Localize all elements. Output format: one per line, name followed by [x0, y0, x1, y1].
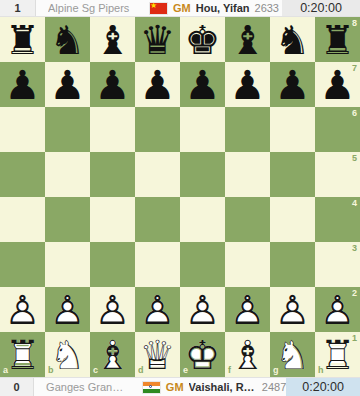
- piece-wp[interactable]: ♟♙: [225, 287, 270, 332]
- square-g2[interactable]: ♟♙: [270, 287, 315, 332]
- square-g5[interactable]: [270, 152, 315, 197]
- square-f6[interactable]: [225, 107, 270, 152]
- square-a6[interactable]: [0, 107, 45, 152]
- square-h6[interactable]: 6: [315, 107, 360, 152]
- piece-bp[interactable]: ♟: [45, 62, 90, 107]
- square-g7[interactable]: ♟: [270, 62, 315, 107]
- rank-label-5: 5: [352, 154, 357, 163]
- piece-bp[interactable]: ♟: [225, 62, 270, 107]
- square-g1[interactable]: ♞♘g: [270, 332, 315, 377]
- square-f2[interactable]: ♟♙: [225, 287, 270, 332]
- chess-game-view: 1 Alpine Sg Pipers ★ GM Hou, Yifan 2633 …: [0, 0, 360, 396]
- piece-wp[interactable]: ♟♙: [180, 287, 225, 332]
- square-c6[interactable]: [90, 107, 135, 152]
- square-h1[interactable]: ♜♖1h: [315, 332, 360, 377]
- square-b7[interactable]: ♟: [45, 62, 90, 107]
- square-f3[interactable]: [225, 242, 270, 287]
- bottom-player-bar: 0 Ganges Gran… GM Vaishali, Ra… 2487 0:2…: [0, 377, 360, 396]
- piece-bn[interactable]: ♞: [45, 17, 90, 62]
- file-label-e: e: [183, 366, 188, 375]
- square-c3[interactable]: [90, 242, 135, 287]
- file-label-h: h: [318, 366, 324, 375]
- square-f8[interactable]: ♝: [225, 17, 270, 62]
- file-label-g: g: [273, 366, 279, 375]
- square-g8[interactable]: ♞: [270, 17, 315, 62]
- bottom-player-clock: 0:20:00: [286, 378, 360, 396]
- file-label-f: f: [228, 366, 231, 375]
- square-g4[interactable]: [270, 197, 315, 242]
- top-player-name: Hou, Yifan: [196, 2, 250, 14]
- piece-bp[interactable]: ♟: [135, 62, 180, 107]
- square-b4[interactable]: [45, 197, 90, 242]
- square-a3[interactable]: [0, 242, 45, 287]
- square-h8[interactable]: ♜8: [315, 17, 360, 62]
- top-gm-title-badge: GM: [173, 2, 191, 14]
- rank-label-7: 7: [352, 64, 357, 73]
- top-player-rating: 2633: [255, 2, 279, 14]
- file-label-b: b: [48, 366, 54, 375]
- square-h7[interactable]: ♟7: [315, 62, 360, 107]
- square-h3[interactable]: 3: [315, 242, 360, 287]
- square-b1[interactable]: ♞♘b: [45, 332, 90, 377]
- square-a2[interactable]: ♟♙: [0, 287, 45, 332]
- piece-wp[interactable]: ♟♙: [90, 287, 135, 332]
- square-e2[interactable]: ♟♙: [180, 287, 225, 332]
- rank-label-1: 1: [352, 334, 357, 343]
- piece-wp[interactable]: ♟♙: [135, 287, 180, 332]
- piece-wb[interactable]: ♝♗: [225, 332, 270, 377]
- square-e5[interactable]: [180, 152, 225, 197]
- square-b2[interactable]: ♟♙: [45, 287, 90, 332]
- file-label-a: a: [3, 366, 8, 375]
- square-d5[interactable]: [135, 152, 180, 197]
- rank-label-6: 6: [352, 109, 357, 118]
- piece-bb[interactable]: ♝: [90, 17, 135, 62]
- square-f7[interactable]: ♟: [225, 62, 270, 107]
- square-c1[interactable]: ♝♗c: [90, 332, 135, 377]
- chess-board[interactable]: ♜♞♝♛♚♝♞♜8♟♟♟♟♟♟♟♟76543♟♙♟♙♟♙♟♙♟♙♟♙♟♙♟♙2♜…: [0, 17, 360, 377]
- bottom-team-name: Ganges Gran…: [46, 381, 137, 393]
- piece-bp[interactable]: ♟: [0, 62, 45, 107]
- bottom-gm-title-badge: GM: [166, 381, 184, 393]
- square-d1[interactable]: ♛♕d: [135, 332, 180, 377]
- rank-label-3: 3: [352, 244, 357, 253]
- rank-label-8: 8: [352, 19, 357, 28]
- rank-label-4: 4: [352, 199, 357, 208]
- top-team-name: Alpine Sg Pipers: [48, 2, 144, 14]
- top-player-clock: 0:20:00: [282, 0, 360, 16]
- square-e8[interactable]: ♚: [180, 17, 225, 62]
- piece-bb[interactable]: ♝: [225, 17, 270, 62]
- square-a7[interactable]: ♟: [0, 62, 45, 107]
- square-g6[interactable]: [270, 107, 315, 152]
- square-e1[interactable]: ♚♔e: [180, 332, 225, 377]
- rank-label-2: 2: [352, 289, 357, 298]
- square-f4[interactable]: [225, 197, 270, 242]
- piece-bp[interactable]: ♟: [180, 62, 225, 107]
- square-a8[interactable]: ♜: [0, 17, 45, 62]
- piece-br[interactable]: ♜: [0, 17, 45, 62]
- square-b6[interactable]: [45, 107, 90, 152]
- square-f1[interactable]: ♝♗f: [225, 332, 270, 377]
- piece-bp[interactable]: ♟: [90, 62, 135, 107]
- bottom-player-rating: 2487: [262, 381, 286, 393]
- square-a4[interactable]: [0, 197, 45, 242]
- square-d7[interactable]: ♟: [135, 62, 180, 107]
- square-d4[interactable]: [135, 197, 180, 242]
- square-b5[interactable]: [45, 152, 90, 197]
- piece-wp[interactable]: ♟♙: [270, 287, 315, 332]
- square-d6[interactable]: [135, 107, 180, 152]
- piece-wp[interactable]: ♟♙: [0, 287, 45, 332]
- square-d8[interactable]: ♛: [135, 17, 180, 62]
- square-h4[interactable]: 4: [315, 197, 360, 242]
- top-team-score: 1: [0, 0, 36, 16]
- square-d3[interactable]: [135, 242, 180, 287]
- square-b8[interactable]: ♞: [45, 17, 90, 62]
- square-g3[interactable]: [270, 242, 315, 287]
- piece-bn[interactable]: ♞: [270, 17, 315, 62]
- piece-wp[interactable]: ♟♙: [45, 287, 90, 332]
- top-player-bar: 1 Alpine Sg Pipers ★ GM Hou, Yifan 2633 …: [0, 0, 360, 17]
- square-e6[interactable]: [180, 107, 225, 152]
- square-c5[interactable]: [90, 152, 135, 197]
- piece-bp[interactable]: ♟: [270, 62, 315, 107]
- square-e3[interactable]: [180, 242, 225, 287]
- square-c8[interactable]: ♝: [90, 17, 135, 62]
- bottom-team-score: 0: [0, 378, 34, 396]
- square-e4[interactable]: [180, 197, 225, 242]
- bottom-player-name: Vaishali, Ra…: [189, 381, 257, 393]
- piece-bk[interactable]: ♚: [180, 17, 225, 62]
- india-flag-icon: [143, 382, 160, 393]
- piece-bq[interactable]: ♛: [135, 17, 180, 62]
- square-a1[interactable]: ♜♖a: [0, 332, 45, 377]
- square-f5[interactable]: [225, 152, 270, 197]
- square-h5[interactable]: 5: [315, 152, 360, 197]
- square-b3[interactable]: [45, 242, 90, 287]
- square-c2[interactable]: ♟♙: [90, 287, 135, 332]
- square-e7[interactable]: ♟: [180, 62, 225, 107]
- china-flag-icon: ★: [150, 3, 167, 14]
- square-h2[interactable]: ♟♙2: [315, 287, 360, 332]
- square-c7[interactable]: ♟: [90, 62, 135, 107]
- square-a5[interactable]: [0, 152, 45, 197]
- square-d2[interactable]: ♟♙: [135, 287, 180, 332]
- file-label-c: c: [93, 366, 98, 375]
- square-c4[interactable]: [90, 197, 135, 242]
- file-label-d: d: [138, 366, 144, 375]
